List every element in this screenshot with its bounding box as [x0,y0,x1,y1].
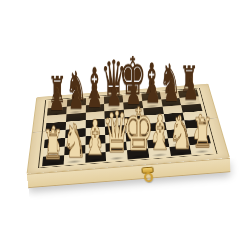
piece-light-rook: ♜ [42,125,63,165]
product-photo-stage: ♜♞♝♛♚♝♞♜♟♟♟♟♟♟♟♟♟♟♟♟♟♟♟♟♜♞♝♛♚♝♞♜ [0,0,250,250]
square-e1: ♚ [127,149,149,160]
piece-dark-pawn: ♟ [49,84,65,115]
board-squares-grid: ♜♞♝♛♚♝♞♜♟♟♟♟♟♟♟♟♟♟♟♟♟♟♟♟♜♞♝♛♚♝♞♜ [42,89,213,166]
chess-board: ♜♞♝♛♚♝♞♜♟♟♟♟♟♟♟♟♟♟♟♟♟♟♟♟♜♞♝♛♚♝♞♜ [27,84,230,174]
brass-clasp [141,166,156,185]
piece-dark-pawn: ♟ [164,75,180,106]
square-h7: ♟ [180,96,201,105]
piece-light-rook: ♜ [192,113,213,153]
square-h1: ♜ [190,144,213,155]
square-g1: ♞ [169,145,192,156]
clasp-ring-icon [143,172,154,183]
square-a1: ♜ [42,155,64,166]
square-f1: ♝ [148,147,171,158]
chess-set: ♜♞♝♛♚♝♞♜♟♟♟♟♟♟♟♟♟♟♟♟♟♟♟♟♜♞♝♛♚♝♞♜ [0,0,250,250]
piece-light-knight: ♞ [169,109,193,155]
piece-dark-pawn: ♟ [87,81,103,112]
piece-dark-pawn: ♟ [183,74,199,105]
piece-dark-pawn: ♟ [68,83,84,114]
